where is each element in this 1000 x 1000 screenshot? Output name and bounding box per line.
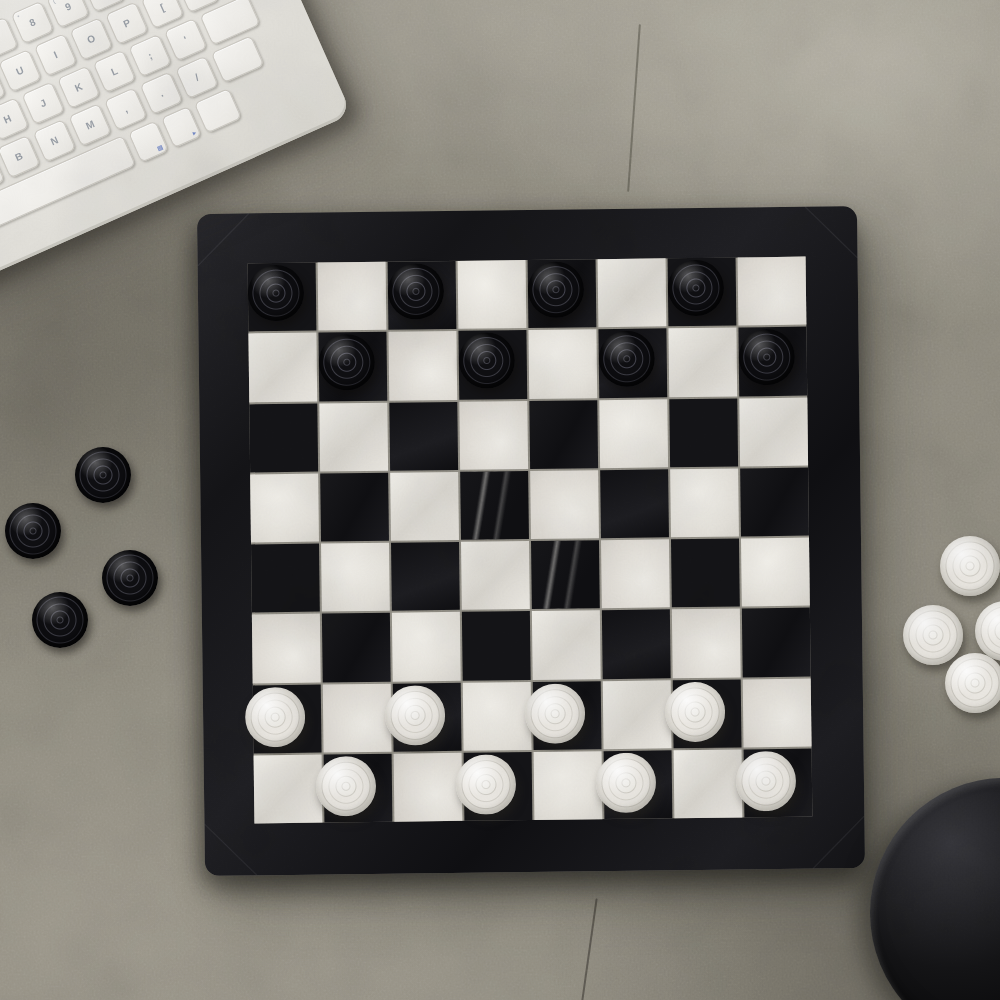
square-r6c8-dark[interactable]: [742, 608, 811, 677]
keyboard-key-blank-r4k7: [194, 88, 242, 134]
keyboard-key-n: N: [33, 119, 77, 163]
square-r7c5-dark[interactable]: [533, 681, 602, 750]
square-r5c4-light[interactable]: [461, 541, 530, 610]
black-checker-piece[interactable]: [668, 260, 725, 317]
black-checker-piece[interactable]: [528, 261, 585, 318]
square-r5c8-light[interactable]: [741, 538, 810, 607]
white-checker-piece[interactable]: [316, 756, 377, 817]
keyboard-key-i: I: [34, 33, 78, 77]
white-checker-piece[interactable]: [525, 683, 586, 744]
square-r2c1-light[interactable]: [248, 333, 317, 402]
keyboard-key-o: O: [69, 17, 113, 61]
captured-black-checker-piece[interactable]: [32, 592, 88, 648]
black-checker-piece[interactable]: [458, 333, 515, 390]
square-r2c2-dark[interactable]: [318, 332, 387, 401]
square-r7c1-dark[interactable]: [253, 684, 322, 753]
square-r5c7-dark[interactable]: [671, 538, 740, 607]
square-r7c2-light[interactable]: [323, 683, 392, 752]
floor-crack: [627, 24, 641, 192]
square-r2c8-dark[interactable]: [738, 327, 807, 396]
square-r8c5-light[interactable]: [534, 751, 603, 820]
square-r4c5-light[interactable]: [530, 470, 599, 539]
square-r6c3-light[interactable]: [392, 612, 461, 681]
square-r5c5-dark[interactable]: [531, 540, 600, 609]
square-r5c6-light[interactable]: [601, 539, 670, 608]
keyboard-key-l: L: [93, 50, 137, 94]
concrete-floor: 1!2@3#4$5%6^7&8*9(0)-_=+QWE⇄RTYUIOP[]ASD…: [0, 0, 1000, 1000]
border-miter-seam: [812, 816, 865, 869]
keyboard-key-m: M: [68, 103, 112, 147]
square-r5c2-light[interactable]: [321, 543, 390, 612]
square-r8c1-light[interactable]: [254, 754, 323, 823]
keyboard-key-8: 8*: [11, 1, 55, 45]
captured-black-checker-piece[interactable]: [75, 447, 131, 503]
square-r1c4-light[interactable]: [458, 260, 527, 329]
border-miter-seam: [197, 213, 250, 266]
square-r2c6-dark[interactable]: [598, 329, 667, 398]
square-r7c8-light[interactable]: [743, 678, 812, 747]
square-r6c6-dark[interactable]: [602, 610, 671, 679]
board-grid: [248, 257, 813, 824]
square-r4c8-dark[interactable]: [740, 467, 809, 536]
square-r4c2-dark[interactable]: [320, 472, 389, 541]
square-r1c2-light[interactable]: [318, 262, 387, 331]
square-r8c6-dark[interactable]: [604, 750, 673, 819]
square-r8c2-dark[interactable]: [324, 753, 393, 822]
black-checker-piece[interactable]: [738, 329, 795, 386]
square-r4c3-light[interactable]: [390, 472, 459, 541]
keyboard-key-p: P: [105, 1, 149, 45]
checkers-board: [197, 206, 865, 876]
keyboard-key-': ': [164, 18, 208, 62]
square-r3c6-light[interactable]: [599, 399, 668, 468]
captured-white-checker-piece[interactable]: [975, 601, 1000, 661]
white-checker-piece[interactable]: [245, 686, 306, 747]
captured-white-checker-piece[interactable]: [945, 653, 1000, 713]
keyboard-key-b: B: [0, 135, 41, 179]
border-miter-seam: [805, 206, 858, 259]
white-checker-piece[interactable]: [665, 681, 726, 742]
square-r3c5-dark[interactable]: [529, 400, 598, 469]
keyboard-key-blank-r4k6: ▸: [161, 106, 202, 148]
black-bowl: [870, 778, 1000, 1000]
square-r6c5-light[interactable]: [532, 610, 601, 679]
square-r1c8-light[interactable]: [738, 257, 807, 326]
keyboard-key-,: ,: [104, 87, 148, 131]
black-checker-piece[interactable]: [598, 331, 655, 388]
square-r6c2-dark[interactable]: [322, 613, 391, 682]
keyboard-key-;: ;: [128, 34, 172, 78]
square-r6c7-light[interactable]: [672, 609, 741, 678]
square-r4c7-light[interactable]: [670, 468, 739, 537]
square-r2c4-dark[interactable]: [458, 330, 527, 399]
square-r7c7-dark[interactable]: [673, 679, 742, 748]
square-r3c3-dark[interactable]: [389, 401, 458, 470]
square-r4c1-light[interactable]: [250, 473, 319, 542]
square-r5c1-dark[interactable]: [251, 544, 320, 613]
square-r7c6-light[interactable]: [603, 680, 672, 749]
square-r1c3-dark[interactable]: [388, 261, 457, 330]
square-r1c7-dark[interactable]: [668, 257, 737, 326]
square-r8c4-dark[interactable]: [464, 752, 533, 821]
black-checker-piece[interactable]: [248, 265, 305, 322]
captured-white-checker-piece[interactable]: [940, 536, 1000, 596]
keyboard-key-.: .: [140, 71, 184, 115]
square-r3c8-light[interactable]: [739, 397, 808, 466]
square-r7c4-light[interactable]: [463, 682, 532, 751]
square-r2c5-light[interactable]: [528, 329, 597, 398]
captured-white-checker-piece[interactable]: [903, 605, 963, 665]
keyboard-key-/: /: [175, 56, 219, 100]
square-r3c1-dark[interactable]: [249, 403, 318, 472]
square-r6c1-light[interactable]: [252, 614, 321, 683]
captured-black-checker-piece[interactable]: [102, 550, 158, 606]
square-r7c3-dark[interactable]: [393, 682, 462, 751]
square-r8c7-light[interactable]: [674, 749, 743, 818]
square-r2c3-light[interactable]: [388, 331, 457, 400]
white-checker-piece[interactable]: [596, 752, 657, 813]
white-checker-piece[interactable]: [385, 685, 446, 746]
black-checker-piece[interactable]: [318, 334, 375, 391]
square-r1c1-dark[interactable]: [248, 263, 317, 332]
square-r2c7-light[interactable]: [668, 328, 737, 397]
keyboard-key-blank-r4k5: ▤: [128, 120, 169, 162]
square-r8c8-dark[interactable]: [744, 748, 813, 817]
square-r5c3-dark[interactable]: [391, 542, 460, 611]
square-r3c7-dark[interactable]: [669, 398, 738, 467]
square-r6c4-dark[interactable]: [462, 611, 531, 680]
floor-crack: [580, 898, 597, 1000]
keyboard-key-j: J: [21, 81, 65, 125]
square-r1c5-dark[interactable]: [528, 259, 597, 328]
captured-black-checker-piece[interactable]: [5, 503, 61, 559]
black-checker-piece[interactable]: [388, 263, 445, 320]
square-r3c4-light[interactable]: [459, 401, 528, 470]
keyboard-key-u: U: [0, 49, 42, 93]
square-r4c4-dark[interactable]: [460, 471, 529, 540]
square-r1c6-light[interactable]: [598, 258, 667, 327]
square-r3c2-light[interactable]: [319, 402, 388, 471]
keyboard-key-k: K: [57, 65, 101, 109]
square-r4c6-dark[interactable]: [600, 469, 669, 538]
white-checker-piece[interactable]: [736, 751, 797, 812]
square-r8c3-light[interactable]: [394, 753, 463, 822]
white-checker-piece[interactable]: [456, 754, 517, 815]
border-miter-seam: [204, 823, 257, 876]
